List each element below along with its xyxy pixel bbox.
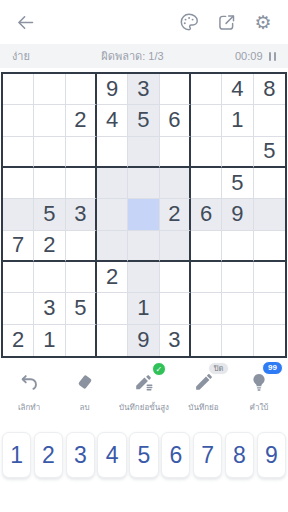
cell-r9c6[interactable]: 3 (160, 325, 191, 356)
toolbar: เลิกทำ ลบ ✓ บันทึกย่อขั้นสูง ปิด (0, 370, 288, 414)
cell-r2c6[interactable]: 6 (160, 105, 191, 136)
undo-label: เลิกทำ (18, 401, 40, 414)
hint-button[interactable]: 99 คำใบ้ (238, 370, 280, 414)
cell-r4c4[interactable] (97, 168, 128, 199)
erase-label: ลบ (80, 401, 90, 414)
difficulty-label: ง่าย (12, 47, 30, 65)
advanced-notes-button[interactable]: ✓ บันทึกย่อขั้นสูง (119, 370, 169, 414)
cell-r5c1[interactable] (3, 199, 34, 230)
cell-r8c5[interactable]: 1 (128, 293, 159, 324)
cell-r1c1[interactable] (3, 74, 34, 105)
share-button[interactable] (213, 9, 239, 35)
cell-r1c7[interactable] (191, 74, 222, 105)
back-arrow-icon (15, 12, 36, 33)
pencil-lines-icon (133, 371, 155, 393)
cell-r9c1[interactable]: 2 (3, 325, 34, 356)
cell-r9c2[interactable]: 1 (34, 325, 65, 356)
numpad-key-2[interactable]: 2 (34, 432, 63, 478)
notes-button[interactable]: ปิด บันทึกย่อ (182, 370, 224, 414)
cell-r2c9[interactable] (254, 105, 285, 136)
cell-r5c8[interactable]: 9 (222, 199, 253, 230)
cell-r7c3[interactable] (66, 262, 97, 293)
advanced-notes-label: บันทึกย่อขั้นสูง (119, 401, 169, 414)
cell-r6c6[interactable] (160, 231, 191, 262)
cell-r6c8[interactable] (222, 231, 253, 262)
cell-r1c8[interactable]: 4 (222, 74, 253, 105)
cell-r4c2[interactable] (34, 168, 65, 199)
cell-r5c6[interactable]: 2 (160, 199, 191, 230)
cell-r4c6[interactable] (160, 168, 191, 199)
settings-button[interactable]: ⚙ (250, 9, 276, 35)
theme-button[interactable] (176, 9, 202, 35)
cell-r7c1[interactable] (3, 262, 34, 293)
cell-r2c2[interactable] (34, 105, 65, 136)
cell-r7c2[interactable] (34, 262, 65, 293)
pause-button[interactable] (269, 52, 277, 61)
cell-r6c7[interactable] (191, 231, 222, 262)
cell-r9c5[interactable]: 9 (128, 325, 159, 356)
notes-off-badge: ปิด (208, 362, 230, 375)
cell-r6c4[interactable] (97, 231, 128, 262)
cell-r4c9[interactable] (254, 168, 285, 199)
advanced-notes-on-badge: ✓ (152, 362, 166, 376)
numpad-key-4[interactable]: 4 (97, 432, 126, 478)
cell-r5c5[interactable] (128, 199, 159, 230)
cell-r9c9[interactable] (254, 325, 285, 356)
cell-r2c8[interactable]: 1 (222, 105, 253, 136)
cell-r5c3[interactable]: 3 (66, 199, 97, 230)
cell-r8c9[interactable] (254, 293, 285, 324)
cell-r6c5[interactable] (128, 231, 159, 262)
mistakes-label: ผิดพลาด: 1/3 (30, 47, 235, 65)
cell-r8c7[interactable] (191, 293, 222, 324)
cell-r4c1[interactable] (3, 168, 34, 199)
cell-r5c2[interactable]: 5 (34, 199, 65, 230)
open-external-icon (216, 12, 237, 33)
cell-r5c4[interactable] (97, 199, 128, 230)
cell-r3c6[interactable] (160, 137, 191, 168)
cell-r2c1[interactable] (3, 105, 34, 136)
timer-label: 00:09 (235, 50, 263, 62)
cell-r6c1[interactable]: 7 (3, 231, 34, 262)
cell-r9c3[interactable] (66, 325, 97, 356)
cell-r4c7[interactable] (191, 168, 222, 199)
cell-r7c6[interactable] (160, 262, 191, 293)
cell-r9c4[interactable] (97, 325, 128, 356)
cell-r8c6[interactable] (160, 293, 191, 324)
cell-r2c4[interactable]: 4 (97, 105, 128, 136)
cell-r3c8[interactable] (222, 137, 253, 168)
cell-r3c9[interactable]: 5 (254, 137, 285, 168)
notes-label: บันทึกย่อ (188, 401, 218, 414)
numpad-key-5[interactable]: 5 (129, 432, 158, 478)
numpad-key-6[interactable]: 6 (161, 432, 190, 478)
cell-r1c3[interactable] (66, 74, 97, 105)
numpad-key-3[interactable]: 3 (66, 432, 95, 478)
cell-r6c2[interactable]: 2 (34, 231, 65, 262)
cell-r2c7[interactable] (191, 105, 222, 136)
grid-wrap: 93482456155532697223512193 (1, 72, 287, 358)
gear-icon: ⚙ (254, 13, 271, 32)
status-bar: ง่าย ผิดพลาด: 1/3 00:09 (0, 44, 288, 68)
cell-r2c3[interactable]: 2 (66, 105, 97, 136)
cell-r3c5[interactable] (128, 137, 159, 168)
numpad-key-7[interactable]: 7 (193, 432, 222, 478)
cell-r3c2[interactable] (34, 137, 65, 168)
cell-r4c3[interactable] (66, 168, 97, 199)
cell-r8c8[interactable] (222, 293, 253, 324)
eraser-icon (74, 371, 96, 393)
cell-r8c3[interactable]: 5 (66, 293, 97, 324)
sudoku-grid: 93482456155532697223512193 (1, 72, 287, 358)
cell-r1c5[interactable]: 3 (128, 74, 159, 105)
cell-r4c8[interactable]: 5 (222, 168, 253, 199)
undo-icon (18, 371, 40, 393)
cell-r7c8[interactable] (222, 262, 253, 293)
palette-icon (178, 11, 200, 33)
cell-r1c4[interactable]: 9 (97, 74, 128, 105)
cell-r6c9[interactable] (254, 231, 285, 262)
erase-button[interactable]: ลบ (64, 370, 106, 414)
cell-r1c6[interactable] (160, 74, 191, 105)
cell-r9c8[interactable] (222, 325, 253, 356)
cell-r4c5[interactable] (128, 168, 159, 199)
numpad-key-8[interactable]: 8 (225, 432, 254, 478)
cell-r7c7[interactable] (191, 262, 222, 293)
cell-r8c2[interactable]: 3 (34, 293, 65, 324)
app-bar: ⚙ (0, 0, 288, 44)
cell-r1c2[interactable] (34, 74, 65, 105)
cell-r7c9[interactable] (254, 262, 285, 293)
cell-r7c5[interactable] (128, 262, 159, 293)
undo-button[interactable]: เลิกทำ (8, 370, 50, 414)
hint-count-badge: 99 (262, 361, 283, 375)
cell-r5c9[interactable] (254, 199, 285, 230)
cell-r8c1[interactable] (3, 293, 34, 324)
cell-r2c5[interactable]: 5 (128, 105, 159, 136)
back-button[interactable] (12, 9, 38, 35)
cell-r3c1[interactable] (3, 137, 34, 168)
number-pad: 123456789 (0, 432, 288, 478)
cell-r9c7[interactable] (191, 325, 222, 356)
cell-r5c7[interactable]: 6 (191, 199, 222, 230)
numpad-key-1[interactable]: 1 (2, 432, 31, 478)
cell-r6c3[interactable] (66, 231, 97, 262)
cell-r3c3[interactable] (66, 137, 97, 168)
numpad-key-9[interactable]: 9 (257, 432, 286, 478)
cell-r3c7[interactable] (191, 137, 222, 168)
cell-r1c9[interactable]: 8 (254, 74, 285, 105)
hint-label: คำใบ้ (250, 401, 269, 414)
cell-r3c4[interactable] (97, 137, 128, 168)
cell-r8c4[interactable] (97, 293, 128, 324)
cell-r7c4[interactable]: 2 (97, 262, 128, 293)
